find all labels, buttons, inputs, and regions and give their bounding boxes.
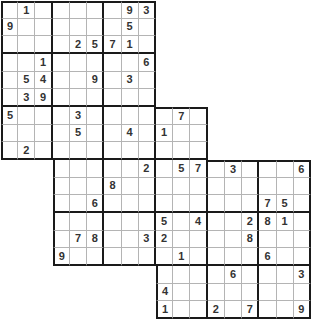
cell-r3c2[interactable]: 1 — [35, 54, 52, 72]
cell-r16c14[interactable] — [242, 284, 259, 302]
cell-r4c0[interactable] — [1, 72, 18, 90]
filler-r4c12 — [208, 72, 225, 90]
cell-r15c14[interactable] — [242, 266, 259, 284]
filler-r8c14 — [242, 142, 259, 160]
cell-r14c14[interactable] — [242, 248, 259, 266]
cell-r9c7[interactable] — [122, 160, 139, 178]
filler-r4c15 — [259, 72, 276, 90]
cell-r16c15[interactable] — [259, 284, 276, 302]
filler-r3c14 — [242, 54, 259, 72]
cell-r7c8[interactable] — [139, 125, 156, 143]
cell-r3c8[interactable]: 6 — [139, 54, 156, 72]
cell-r12c11[interactable]: 4 — [190, 213, 207, 231]
cell-r5c4[interactable] — [70, 89, 87, 107]
cell-r4c8[interactable] — [139, 72, 156, 90]
filler-r3c15 — [259, 54, 276, 72]
cell-r6c3[interactable] — [53, 107, 70, 125]
cell-r13c16[interactable] — [277, 231, 294, 249]
cell-r10c13[interactable] — [225, 178, 242, 196]
filler-r12c2 — [35, 213, 52, 231]
cell-r15c9[interactable] — [156, 266, 173, 284]
filler-r7c15 — [259, 125, 276, 143]
cell-r1c8[interactable] — [139, 19, 156, 37]
filler-r5c15 — [259, 89, 276, 107]
cell-r10c4[interactable] — [70, 178, 87, 196]
filler-r1c14 — [242, 19, 259, 37]
filler-r16c6 — [104, 284, 121, 302]
cell-r2c0[interactable] — [1, 36, 18, 54]
filler-r16c0 — [1, 284, 18, 302]
cell-r5c7[interactable] — [122, 89, 139, 107]
filler-r11c1 — [18, 195, 35, 213]
cell-r3c5[interactable] — [87, 54, 104, 72]
cell-r7c11[interactable] — [190, 125, 207, 143]
cell-r2c6[interactable]: 7 — [104, 36, 121, 54]
cell-r2c5[interactable]: 5 — [87, 36, 104, 54]
cell-r6c1[interactable] — [18, 107, 35, 125]
cell-r0c3[interactable] — [53, 1, 70, 19]
filler-r6c14 — [242, 107, 259, 125]
cell-r10c5[interactable] — [87, 178, 104, 196]
cell-r14c5[interactable] — [87, 248, 104, 266]
cell-r14c7[interactable] — [122, 248, 139, 266]
filler-r17c7 — [122, 301, 139, 319]
cell-r1c0[interactable]: 9 — [1, 19, 18, 37]
filler-r5c11 — [190, 89, 207, 107]
cell-r12c7[interactable] — [122, 213, 139, 231]
cell-r10c14[interactable] — [242, 178, 259, 196]
cell-r12c4[interactable] — [70, 213, 87, 231]
cell-r0c0[interactable] — [1, 1, 18, 19]
filler-r13c2 — [35, 231, 52, 249]
cell-r10c7[interactable] — [122, 178, 139, 196]
filler-r10c1 — [18, 178, 35, 196]
cell-r2c1[interactable] — [18, 36, 35, 54]
cell-r10c8[interactable] — [139, 178, 156, 196]
cell-r4c1[interactable]: 5 — [18, 72, 35, 90]
cell-r6c8[interactable] — [139, 107, 156, 125]
cell-r6c7[interactable] — [122, 107, 139, 125]
filler-r4c9 — [156, 72, 173, 90]
filler-r8c13 — [225, 142, 242, 160]
cell-r4c6[interactable] — [104, 72, 121, 90]
cell-r17c17[interactable]: 9 — [294, 301, 311, 319]
filler-r6c12 — [208, 107, 225, 125]
cell-r8c4[interactable] — [70, 142, 87, 160]
filler-r2c10 — [173, 36, 190, 54]
filler-r0c14 — [242, 1, 259, 19]
filler-r4c11 — [190, 72, 207, 90]
filler-r3c9 — [156, 54, 173, 72]
cell-r2c8[interactable] — [139, 36, 156, 54]
cell-r14c6[interactable] — [104, 248, 121, 266]
cell-r1c5[interactable] — [87, 19, 104, 37]
cell-r1c6[interactable] — [104, 19, 121, 37]
cell-r16c13[interactable] — [225, 284, 242, 302]
cell-r13c17[interactable] — [294, 231, 311, 249]
filler-r17c2 — [35, 301, 52, 319]
cell-r16c11[interactable] — [190, 284, 207, 302]
cell-r9c13[interactable]: 3 — [225, 160, 242, 178]
filler-r2c12 — [208, 36, 225, 54]
cell-r10c11[interactable] — [190, 178, 207, 196]
cell-r13c3[interactable] — [53, 231, 70, 249]
cell-r17c10[interactable] — [173, 301, 190, 319]
cell-r14c13[interactable] — [225, 248, 242, 266]
cell-r16c9[interactable]: 4 — [156, 284, 173, 302]
cell-r13c10[interactable] — [173, 231, 190, 249]
cell-r1c1[interactable] — [18, 19, 35, 37]
filler-r6c15 — [259, 107, 276, 125]
filler-r7c12 — [208, 125, 225, 143]
cell-r17c15[interactable] — [259, 301, 276, 319]
cell-r8c9[interactable] — [156, 142, 173, 160]
cell-r8c11[interactable] — [190, 142, 207, 160]
filler-r16c5 — [87, 284, 104, 302]
cell-r13c7[interactable] — [122, 231, 139, 249]
cell-r11c4[interactable] — [70, 195, 87, 213]
cell-r13c6[interactable] — [104, 231, 121, 249]
cell-r15c13[interactable]: 6 — [225, 266, 242, 284]
cell-r11c3[interactable] — [53, 195, 70, 213]
filler-r17c8 — [139, 301, 156, 319]
cell-r15c15[interactable] — [259, 266, 276, 284]
cell-r0c1[interactable]: 1 — [18, 1, 35, 19]
cell-r13c12[interactable] — [208, 231, 225, 249]
cell-r12c9[interactable]: 5 — [156, 213, 173, 231]
cell-r13c14[interactable]: 8 — [242, 231, 259, 249]
cell-r14c15[interactable]: 6 — [259, 248, 276, 266]
filler-r4c16 — [277, 72, 294, 90]
cell-r5c6[interactable] — [104, 89, 121, 107]
cell-r16c16[interactable] — [277, 284, 294, 302]
filler-r0c16 — [277, 1, 294, 19]
cell-r5c0[interactable] — [1, 89, 18, 107]
cell-r14c8[interactable] — [139, 248, 156, 266]
filler-r13c1 — [18, 231, 35, 249]
cell-r3c4[interactable] — [70, 54, 87, 72]
cell-r5c5[interactable] — [87, 89, 104, 107]
cell-r9c3[interactable] — [53, 160, 70, 178]
filler-r16c8 — [139, 284, 156, 302]
filler-r1c10 — [173, 19, 190, 37]
cell-r15c16[interactable] — [277, 266, 294, 284]
filler-r5c17 — [294, 89, 311, 107]
filler-r4c14 — [242, 72, 259, 90]
cell-r0c5[interactable] — [87, 1, 104, 19]
cell-r0c7[interactable]: 9 — [122, 1, 139, 19]
cell-r12c14[interactable]: 2 — [242, 213, 259, 231]
filler-r6c17 — [294, 107, 311, 125]
cell-r4c3[interactable] — [53, 72, 70, 90]
filler-r14c0 — [1, 248, 18, 266]
cell-r6c0[interactable]: 5 — [1, 107, 18, 125]
filler-r5c14 — [242, 89, 259, 107]
filler-r1c15 — [259, 19, 276, 37]
cell-r9c9[interactable] — [156, 160, 173, 178]
filler-r17c0 — [1, 301, 18, 319]
cell-r13c9[interactable]: 2 — [156, 231, 173, 249]
cell-r0c4[interactable] — [70, 1, 87, 19]
cell-r6c6[interactable] — [104, 107, 121, 125]
filler-r11c2 — [35, 195, 52, 213]
filler-r2c9 — [156, 36, 173, 54]
cell-r1c4[interactable] — [70, 19, 87, 37]
filler-r3c12 — [208, 54, 225, 72]
cell-r12c17[interactable] — [294, 213, 311, 231]
cell-r2c7[interactable]: 1 — [122, 36, 139, 54]
cell-r11c15[interactable]: 7 — [259, 195, 276, 213]
cell-r1c3[interactable] — [53, 19, 70, 37]
filler-r16c2 — [35, 284, 52, 302]
cell-r13c11[interactable] — [190, 231, 207, 249]
cell-r14c11[interactable] — [190, 248, 207, 266]
filler-r1c16 — [277, 19, 294, 37]
cell-r12c5[interactable] — [87, 213, 104, 231]
cell-r6c5[interactable] — [87, 107, 104, 125]
filler-r0c9 — [156, 1, 173, 19]
cell-r9c5[interactable] — [87, 160, 104, 178]
cell-r10c15[interactable] — [259, 178, 276, 196]
cell-r8c10[interactable] — [173, 142, 190, 160]
filler-r11c0 — [1, 195, 18, 213]
cell-r14c3[interactable]: 9 — [53, 248, 70, 266]
cell-r13c5[interactable]: 8 — [87, 231, 104, 249]
filler-r9c2 — [35, 160, 52, 178]
cell-r10c12[interactable] — [208, 178, 225, 196]
cell-r11c12[interactable] — [208, 195, 225, 213]
cell-r11c9[interactable] — [156, 195, 173, 213]
cell-r14c17[interactable] — [294, 248, 311, 266]
filler-r5c16 — [277, 89, 294, 107]
filler-r1c13 — [225, 19, 242, 37]
filler-r6c13 — [225, 107, 242, 125]
filler-r4c17 — [294, 72, 311, 90]
cell-r9c16[interactable] — [277, 160, 294, 178]
cell-r13c13[interactable] — [225, 231, 242, 249]
cell-r15c11[interactable] — [190, 266, 207, 284]
cell-r7c4[interactable]: 5 — [70, 125, 87, 143]
cell-r12c8[interactable] — [139, 213, 156, 231]
cell-r10c17[interactable] — [294, 178, 311, 196]
cell-r10c3[interactable] — [53, 178, 70, 196]
cell-r7c2[interactable] — [35, 125, 52, 143]
cell-r11c8[interactable] — [139, 195, 156, 213]
filler-r13c0 — [1, 231, 18, 249]
cell-r10c10[interactable] — [173, 178, 190, 196]
filler-r10c0 — [1, 178, 18, 196]
cell-r3c0[interactable] — [1, 54, 18, 72]
cell-r3c3[interactable] — [53, 54, 70, 72]
cell-r12c10[interactable] — [173, 213, 190, 231]
filler-r16c4 — [70, 284, 87, 302]
filler-r8c15 — [259, 142, 276, 160]
cell-r17c12[interactable]: 2 — [208, 301, 225, 319]
cell-r7c6[interactable] — [104, 125, 121, 143]
cell-r7c10[interactable] — [173, 125, 190, 143]
cell-r6c9[interactable] — [156, 107, 173, 125]
filler-r12c0 — [1, 213, 18, 231]
filler-r6c16 — [277, 107, 294, 125]
filler-r17c6 — [104, 301, 121, 319]
cell-r7c3[interactable] — [53, 125, 70, 143]
cell-r12c13[interactable] — [225, 213, 242, 231]
cell-r15c10[interactable] — [173, 266, 190, 284]
filler-r14c2 — [35, 248, 52, 266]
cell-r11c13[interactable] — [225, 195, 242, 213]
filler-r1c12 — [208, 19, 225, 37]
cell-r8c8[interactable] — [139, 142, 156, 160]
filler-r9c1 — [18, 160, 35, 178]
filler-r2c13 — [225, 36, 242, 54]
cell-r16c17[interactable] — [294, 284, 311, 302]
cell-r4c7[interactable]: 3 — [122, 72, 139, 90]
cell-r0c8[interactable]: 3 — [139, 1, 156, 19]
cell-r15c17[interactable]: 3 — [294, 266, 311, 284]
cell-r8c3[interactable] — [53, 142, 70, 160]
cell-r3c7[interactable] — [122, 54, 139, 72]
cell-r11c7[interactable] — [122, 195, 139, 213]
cell-r6c11[interactable] — [190, 107, 207, 125]
filler-r8c12 — [208, 142, 225, 160]
cell-r8c0[interactable] — [1, 142, 18, 160]
cell-r1c2[interactable] — [35, 19, 52, 37]
cell-r9c11[interactable]: 7 — [190, 160, 207, 178]
cell-r0c2[interactable] — [35, 1, 52, 19]
filler-r2c14 — [242, 36, 259, 54]
filler-r7c14 — [242, 125, 259, 143]
cell-r8c7[interactable] — [122, 142, 139, 160]
cell-r5c8[interactable] — [139, 89, 156, 107]
cell-r16c12[interactable] — [208, 284, 225, 302]
cell-r9c4[interactable] — [70, 160, 87, 178]
filler-r8c16 — [277, 142, 294, 160]
cell-r7c0[interactable] — [1, 125, 18, 143]
cell-r11c14[interactable] — [242, 195, 259, 213]
filler-r8c17 — [294, 142, 311, 160]
cell-r12c3[interactable] — [53, 213, 70, 231]
filler-r4c13 — [225, 72, 242, 90]
cell-r5c2[interactable]: 9 — [35, 89, 52, 107]
cell-r14c12[interactable] — [208, 248, 225, 266]
filler-r7c13 — [225, 125, 242, 143]
cell-r8c2[interactable] — [35, 142, 52, 160]
cell-r8c6[interactable] — [104, 142, 121, 160]
cell-r14c4[interactable] — [70, 248, 87, 266]
cell-r11c5[interactable]: 6 — [87, 195, 104, 213]
cell-r10c16[interactable] — [277, 178, 294, 196]
cell-r9c10[interactable]: 5 — [173, 160, 190, 178]
filler-r1c9 — [156, 19, 173, 37]
cell-r6c4[interactable]: 3 — [70, 107, 87, 125]
cell-r6c2[interactable] — [35, 107, 52, 125]
cell-r9c15[interactable] — [259, 160, 276, 178]
cell-r12c6[interactable] — [104, 213, 121, 231]
cell-r15c12[interactable] — [208, 266, 225, 284]
cell-r14c9[interactable] — [156, 248, 173, 266]
filler-r5c10 — [173, 89, 190, 107]
cell-r2c2[interactable] — [35, 36, 52, 54]
cell-r9c17[interactable]: 6 — [294, 160, 311, 178]
filler-r10c2 — [35, 178, 52, 196]
cell-r4c5[interactable]: 9 — [87, 72, 104, 90]
filler-r15c5 — [87, 266, 104, 284]
cell-r8c1[interactable]: 2 — [18, 142, 35, 160]
cell-r3c6[interactable] — [104, 54, 121, 72]
cell-r17c13[interactable] — [225, 301, 242, 319]
cell-r11c11[interactable] — [190, 195, 207, 213]
cell-r9c14[interactable] — [242, 160, 259, 178]
cell-r13c8[interactable]: 3 — [139, 231, 156, 249]
cell-r1c7[interactable]: 5 — [122, 19, 139, 37]
cell-r7c5[interactable] — [87, 125, 104, 143]
cell-r7c1[interactable] — [18, 125, 35, 143]
cell-r2c4[interactable]: 2 — [70, 36, 87, 54]
cell-r10c9[interactable] — [156, 178, 173, 196]
cell-r17c14[interactable]: 7 — [242, 301, 259, 319]
cell-r9c6[interactable] — [104, 160, 121, 178]
cell-r9c12[interactable] — [208, 160, 225, 178]
filler-r0c11 — [190, 1, 207, 19]
filler-r4c10 — [173, 72, 190, 90]
filler-r1c11 — [190, 19, 207, 37]
cell-r9c8[interactable]: 2 — [139, 160, 156, 178]
filler-r0c13 — [225, 1, 242, 19]
cell-r3c1[interactable] — [18, 54, 35, 72]
cell-r2c3[interactable] — [53, 36, 70, 54]
cell-r7c9[interactable]: 1 — [156, 125, 173, 143]
cell-r17c9[interactable]: 1 — [156, 301, 173, 319]
cell-r6c10[interactable]: 7 — [173, 107, 190, 125]
puzzle-page: 1939525711654933953754122573686755428178… — [0, 0, 312, 320]
cell-r5c3[interactable] — [53, 89, 70, 107]
cell-r12c16[interactable]: 1 — [277, 213, 294, 231]
cell-r4c4[interactable] — [70, 72, 87, 90]
filler-r14c1 — [18, 248, 35, 266]
cell-r14c16[interactable] — [277, 248, 294, 266]
cell-r0c6[interactable] — [104, 1, 121, 19]
cell-r4c2[interactable]: 4 — [35, 72, 52, 90]
cell-r5c1[interactable]: 3 — [18, 89, 35, 107]
cell-r13c4[interactable]: 7 — [70, 231, 87, 249]
filler-r0c12 — [208, 1, 225, 19]
filler-r2c11 — [190, 36, 207, 54]
cell-r12c15[interactable]: 8 — [259, 213, 276, 231]
filler-r17c3 — [53, 301, 70, 319]
cell-r8c5[interactable] — [87, 142, 104, 160]
filler-r9c0 — [1, 160, 18, 178]
cell-r12c12[interactable] — [208, 213, 225, 231]
cell-r17c16[interactable] — [277, 301, 294, 319]
cell-r13c15[interactable] — [259, 231, 276, 249]
filler-r15c3 — [53, 266, 70, 284]
filler-r3c16 — [277, 54, 294, 72]
cell-r11c6[interactable] — [104, 195, 121, 213]
cell-r16c10[interactable] — [173, 284, 190, 302]
cell-r14c10[interactable]: 1 — [173, 248, 190, 266]
cell-r11c16[interactable]: 5 — [277, 195, 294, 213]
cell-r11c10[interactable] — [173, 195, 190, 213]
cell-r7c7[interactable]: 4 — [122, 125, 139, 143]
cell-r11c17[interactable] — [294, 195, 311, 213]
filler-r16c3 — [53, 284, 70, 302]
filler-r2c16 — [277, 36, 294, 54]
filler-r15c4 — [70, 266, 87, 284]
cell-r17c11[interactable] — [190, 301, 207, 319]
filler-r2c17 — [294, 36, 311, 54]
cell-r10c6[interactable]: 8 — [104, 178, 121, 196]
filler-r3c17 — [294, 54, 311, 72]
